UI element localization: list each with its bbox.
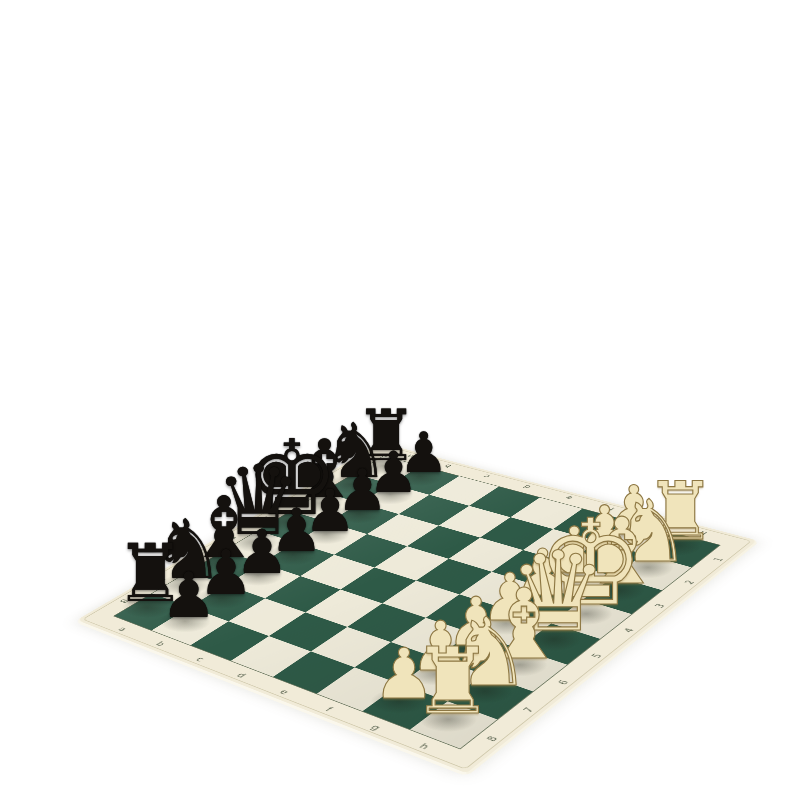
piece-layer: ♜♞♝♛♚♝♞♜♟♟♟♟♟♟♟♟♟♟♟♟♟♟♟♟♜♞♝♛♚♝♞♜ [0,0,800,800]
piece-white-rook-a1[interactable]: ♜ [411,636,493,728]
piece-black-pawn-a7[interactable]: ♟ [161,565,218,628]
product-photo-canvas: abcdefgh abcdefgh 12345678 12345678 ♜♞♝♛… [0,0,800,800]
